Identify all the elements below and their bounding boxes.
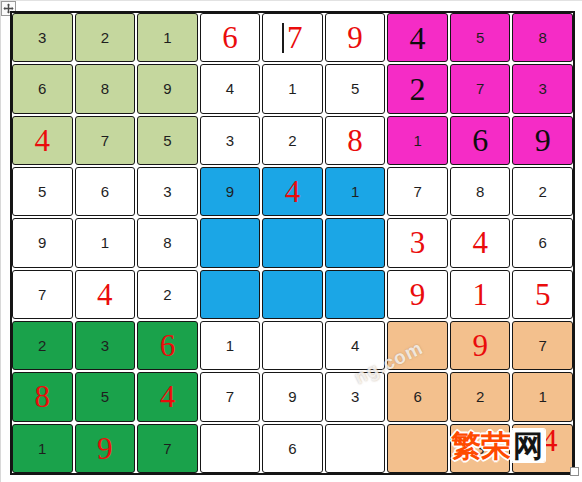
cell-digit: 3	[101, 338, 109, 353]
cell-r1c1[interactable]: 3	[12, 13, 73, 62]
cell-r6c4[interactable]	[200, 270, 261, 319]
cell-r2c1[interactable]: 6	[12, 64, 73, 113]
cell-digit: 9	[347, 22, 363, 53]
cell-digit: 3	[410, 227, 426, 258]
cell-r4c9[interactable]: 2	[512, 167, 573, 216]
cell-r4c1[interactable]: 5	[12, 167, 73, 216]
cell-digit: 6	[160, 330, 176, 361]
cell-r5c5[interactable]	[262, 218, 323, 267]
cell-r9c6[interactable]	[325, 424, 386, 473]
cell-r1c6[interactable]: 9	[325, 13, 386, 62]
cell-r1c4[interactable]: 6	[200, 13, 261, 62]
cell-r8c6[interactable]: 3	[325, 372, 386, 421]
cell-digit: 9	[410, 279, 426, 310]
cell-r1c8[interactable]: 5	[450, 13, 511, 62]
cell-r6c6[interactable]	[325, 270, 386, 319]
cell-r2c9[interactable]: 3	[512, 64, 573, 113]
cell-digit: 4	[97, 279, 113, 310]
cell-digit: 5	[535, 279, 551, 310]
cell-r3c1[interactable]: 4	[12, 116, 73, 165]
cell-digit: 7	[287, 22, 303, 53]
cell-r9c4[interactable]	[200, 424, 261, 473]
cell-digit: 6	[101, 184, 109, 199]
cell-r2c4[interactable]: 4	[200, 64, 261, 113]
cell-digit: 1	[38, 441, 46, 456]
cell-digit: 6	[222, 22, 238, 53]
cell-digit: 2	[288, 133, 296, 148]
cell-digit: 4	[410, 22, 426, 54]
cell-r5c8[interactable]: 4	[450, 218, 511, 267]
cell-digit: 7	[38, 287, 46, 302]
cell-digit: 3	[226, 133, 234, 148]
cell-r7c7[interactable]	[387, 321, 448, 370]
cell-digit: 2	[101, 30, 109, 45]
cell-digit: 9	[535, 124, 551, 156]
document-page: 3216794586894152734753281695639417829183…	[0, 0, 582, 482]
cell-r7c2[interactable]: 3	[75, 321, 136, 370]
cell-r3c9[interactable]: 9	[512, 116, 573, 165]
cell-digit: 2	[410, 73, 426, 105]
cell-r7c4[interactable]: 1	[200, 321, 261, 370]
cell-r9c3[interactable]: 7	[137, 424, 198, 473]
cell-digit: 1	[288, 81, 296, 96]
cell-r9c2[interactable]: 9	[75, 424, 136, 473]
cell-digit: 9	[38, 235, 46, 250]
cell-r5c3[interactable]: 8	[137, 218, 198, 267]
cell-digit: 4	[226, 81, 234, 96]
cell-digit: 9	[288, 389, 296, 404]
cell-digit: 3	[539, 81, 547, 96]
cell-r2c5[interactable]: 1	[262, 64, 323, 113]
cell-digit: 8	[35, 381, 51, 412]
cell-r7c8[interactable]: 9	[450, 321, 511, 370]
cell-r3c3[interactable]: 5	[137, 116, 198, 165]
cell-digit: 6	[539, 235, 547, 250]
cell-r9c7[interactable]	[387, 424, 448, 473]
cell-r2c3[interactable]: 9	[137, 64, 198, 113]
cell-r5c2[interactable]: 1	[75, 218, 136, 267]
cell-r6c3[interactable]: 2	[137, 270, 198, 319]
cell-r1c3[interactable]: 1	[137, 13, 198, 62]
cell-r9c8[interactable]: 3	[450, 424, 511, 473]
cell-digit: 9	[97, 433, 113, 464]
cell-r1c5[interactable]: 7	[262, 13, 323, 62]
cell-digit: 3	[351, 389, 359, 404]
cell-r6c2[interactable]: 4	[75, 270, 136, 319]
cell-digit: 6	[38, 81, 46, 96]
sudoku-board: 3216794586894152734753281695639417829183…	[10, 11, 575, 475]
text-cursor	[282, 23, 284, 53]
cell-r8c5[interactable]: 9	[262, 372, 323, 421]
cell-digit: 1	[472, 279, 488, 310]
cell-digit: 7	[101, 133, 109, 148]
cell-r4c5[interactable]: 4	[262, 167, 323, 216]
cell-r6c9[interactable]: 5	[512, 270, 573, 319]
cell-digit: 3	[476, 441, 484, 456]
cell-digit: 7	[226, 389, 234, 404]
cell-r7c9[interactable]: 7	[512, 321, 573, 370]
cell-digit: 6	[413, 389, 421, 404]
cell-digit: 8	[101, 81, 109, 96]
cell-r9c9[interactable]: 4	[512, 424, 573, 473]
cell-digit: 7	[476, 81, 484, 96]
cell-r5c1[interactable]: 9	[12, 218, 73, 267]
cell-digit: 2	[539, 184, 547, 199]
cell-r8c2[interactable]: 5	[75, 372, 136, 421]
cell-r5c9[interactable]: 6	[512, 218, 573, 267]
cell-r2c2[interactable]: 8	[75, 64, 136, 113]
cell-digit: 4	[542, 425, 558, 456]
cell-digit: 7	[539, 338, 547, 353]
cell-digit: 1	[413, 133, 421, 148]
cell-digit: 1	[163, 30, 171, 45]
cell-r1c9[interactable]: 8	[512, 13, 573, 62]
cell-digit: 7	[413, 184, 421, 199]
cell-r3c7[interactable]: 1	[387, 116, 448, 165]
cell-r4c3[interactable]: 3	[137, 167, 198, 216]
cell-digit: 4	[285, 176, 301, 207]
cell-r3c5[interactable]: 2	[262, 116, 323, 165]
table-resize-handle[interactable]	[570, 467, 579, 476]
cell-r4c4[interactable]: 9	[200, 167, 261, 216]
cell-r8c3[interactable]: 4	[137, 372, 198, 421]
cell-digit: 3	[38, 30, 46, 45]
cell-r8c8[interactable]: 2	[450, 372, 511, 421]
cell-digit: 5	[38, 184, 46, 199]
cell-r8c1[interactable]: 8	[12, 372, 73, 421]
cell-r3c4[interactable]: 3	[200, 116, 261, 165]
cell-r8c9[interactable]: 1	[512, 372, 573, 421]
cell-r5c7[interactable]: 3	[387, 218, 448, 267]
cell-digit: 7	[163, 441, 171, 456]
cell-r4c2[interactable]: 6	[75, 167, 136, 216]
cell-r8c4[interactable]: 7	[200, 372, 261, 421]
cell-r3c8[interactable]: 6	[450, 116, 511, 165]
page-top-edge	[0, 0, 582, 1]
cell-digit: 2	[38, 338, 46, 353]
cell-digit: 1	[539, 389, 547, 404]
cell-digit: 9	[163, 81, 171, 96]
cell-r4c8[interactable]: 8	[450, 167, 511, 216]
cell-r6c1[interactable]: 7	[12, 270, 73, 319]
cell-digit: 8	[476, 184, 484, 199]
cell-r1c2[interactable]: 2	[75, 13, 136, 62]
cell-digit: 5	[101, 389, 109, 404]
cell-r6c8[interactable]: 1	[450, 270, 511, 319]
cell-digit: 5	[351, 81, 359, 96]
cell-r3c6[interactable]: 8	[325, 116, 386, 165]
cell-digit: 6	[288, 441, 296, 456]
cell-r3c2[interactable]: 7	[75, 116, 136, 165]
cell-r7c6[interactable]: 4	[325, 321, 386, 370]
cell-r6c7[interactable]: 9	[387, 270, 448, 319]
cell-digit: 1	[351, 184, 359, 199]
cell-r2c6[interactable]: 5	[325, 64, 386, 113]
cell-digit: 5	[476, 30, 484, 45]
cell-r2c7[interactable]: 2	[387, 64, 448, 113]
cell-digit: 3	[163, 184, 171, 199]
cell-r7c3[interactable]: 6	[137, 321, 198, 370]
cell-r7c5[interactable]	[262, 321, 323, 370]
cell-r9c5[interactable]: 6	[262, 424, 323, 473]
cell-r1c7[interactable]: 4	[387, 13, 448, 62]
page-left-edge	[0, 0, 1, 482]
cell-r6c5[interactable]	[262, 270, 323, 319]
cell-digit: 4	[472, 227, 488, 258]
cell-digit: 4	[351, 338, 359, 353]
cell-r2c8[interactable]: 7	[450, 64, 511, 113]
cell-digit: 2	[476, 389, 484, 404]
cell-r8c7[interactable]: 6	[387, 372, 448, 421]
cell-r4c6[interactable]: 1	[325, 167, 386, 216]
cell-r4c7[interactable]: 7	[387, 167, 448, 216]
cell-digit: 4	[160, 381, 176, 412]
cell-r9c1[interactable]: 1	[12, 424, 73, 473]
cell-r7c1[interactable]: 2	[12, 321, 73, 370]
cell-digit: 9	[226, 184, 234, 199]
cell-digit: 1	[101, 235, 109, 250]
cell-digit: 5	[163, 133, 171, 148]
cell-digit: 4	[35, 125, 51, 156]
cell-digit: 2	[163, 287, 171, 302]
cell-r5c6[interactable]	[325, 218, 386, 267]
cell-digit: 8	[163, 235, 171, 250]
cell-digit: 8	[539, 30, 547, 45]
cell-digit: 1	[226, 338, 234, 353]
cell-digit: 6	[472, 124, 488, 156]
cell-r5c4[interactable]	[200, 218, 261, 267]
cell-digit: 8	[347, 125, 363, 156]
cell-digit: 9	[472, 330, 488, 361]
